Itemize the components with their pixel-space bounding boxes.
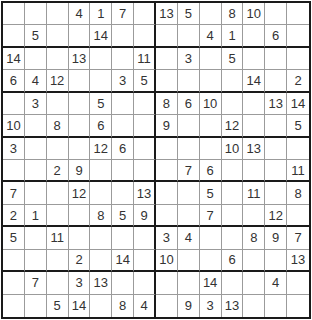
- cell-r1c11[interactable]: 8: [222, 3, 244, 25]
- cell-r9c13[interactable]: [265, 182, 287, 204]
- cell-r12c8[interactable]: 10: [156, 250, 178, 272]
- cell-r11c13[interactable]: 9: [265, 227, 287, 249]
- cell-r8c13[interactable]: [265, 160, 287, 182]
- cell-r8c4[interactable]: 9: [69, 160, 91, 182]
- cell-r12c1[interactable]: [3, 250, 25, 272]
- cell-r9c5[interactable]: [90, 182, 112, 204]
- cell-r10c1[interactable]: 2: [3, 205, 25, 227]
- cell-r4c3[interactable]: 12: [47, 70, 69, 92]
- cell-r8c12[interactable]: [243, 160, 265, 182]
- cell-r12c4[interactable]: 2: [69, 250, 91, 272]
- cell-r1c4[interactable]: 4: [69, 3, 91, 25]
- cell-r1c6[interactable]: 7: [112, 3, 134, 25]
- cell-r12c12[interactable]: [243, 250, 265, 272]
- cell-r9c8[interactable]: [156, 182, 178, 204]
- cell-r7c4[interactable]: [69, 138, 91, 160]
- cell-r8c10[interactable]: 6: [200, 160, 222, 182]
- sudoku-board: 4171358105144161413113564123514235861013…: [1, 1, 311, 319]
- cell-r7c6[interactable]: 6: [112, 138, 134, 160]
- cell-r11c1[interactable]: 5: [3, 227, 25, 249]
- cell-r4c14[interactable]: 2: [287, 70, 309, 92]
- cell-r3c7[interactable]: 11: [134, 48, 156, 70]
- cell-r11c12[interactable]: 8: [243, 227, 265, 249]
- cell-r8c6[interactable]: [112, 160, 134, 182]
- cell-r9c6[interactable]: [112, 182, 134, 204]
- cell-r1c1[interactable]: [3, 3, 25, 25]
- cell-r12c5[interactable]: [90, 250, 112, 272]
- cell-r2c3[interactable]: [47, 25, 69, 47]
- cell-r4c6[interactable]: 3: [112, 70, 134, 92]
- cell-r5c3[interactable]: [47, 93, 69, 115]
- cell-r14c14[interactable]: [287, 295, 309, 317]
- cell-r8c2[interactable]: [25, 160, 47, 182]
- cell-r2c1[interactable]: [3, 25, 25, 47]
- cell-r10c7[interactable]: 9: [134, 205, 156, 227]
- cell-r14c7[interactable]: 4: [134, 295, 156, 317]
- cell-r6c11[interactable]: 12: [222, 115, 244, 137]
- cell-r10c14[interactable]: [287, 205, 309, 227]
- cell-r11c11[interactable]: [222, 227, 244, 249]
- cell-r13c7[interactable]: [134, 272, 156, 294]
- cell-r8c9[interactable]: 7: [178, 160, 200, 182]
- cell-r9c7[interactable]: 13: [134, 182, 156, 204]
- cell-r11c7[interactable]: [134, 227, 156, 249]
- cell-r4c11[interactable]: [222, 70, 244, 92]
- cell-r7c2[interactable]: [25, 138, 47, 160]
- cell-r4c8[interactable]: [156, 70, 178, 92]
- cell-r4c7[interactable]: 5: [134, 70, 156, 92]
- cell-r8c3[interactable]: 2: [47, 160, 69, 182]
- cell-r13c5[interactable]: 13: [90, 272, 112, 294]
- cell-r12c6[interactable]: 14: [112, 250, 134, 272]
- cell-r1c13[interactable]: [265, 3, 287, 25]
- cell-r11c10[interactable]: [200, 227, 222, 249]
- cell-r14c5[interactable]: [90, 295, 112, 317]
- cell-r6c7[interactable]: [134, 115, 156, 137]
- cell-r9c9[interactable]: [178, 182, 200, 204]
- cell-r10c6[interactable]: 5: [112, 205, 134, 227]
- cell-r12c11[interactable]: 6: [222, 250, 244, 272]
- cell-r4c5[interactable]: [90, 70, 112, 92]
- cell-r2c7[interactable]: [134, 25, 156, 47]
- cell-r7c13[interactable]: [265, 138, 287, 160]
- cell-r4c9[interactable]: [178, 70, 200, 92]
- cell-r4c1[interactable]: 6: [3, 70, 25, 92]
- cell-r3c13[interactable]: [265, 48, 287, 70]
- cell-r6c6[interactable]: [112, 115, 134, 137]
- cell-r3c11[interactable]: 5: [222, 48, 244, 70]
- cell-r2c9[interactable]: [178, 25, 200, 47]
- cell-r12c3[interactable]: [47, 250, 69, 272]
- cell-r13c8[interactable]: [156, 272, 178, 294]
- cell-r7c3[interactable]: [47, 138, 69, 160]
- cell-r13c1[interactable]: [3, 272, 25, 294]
- cell-r5c6[interactable]: [112, 93, 134, 115]
- cell-r4c12[interactable]: 14: [243, 70, 265, 92]
- cell-r11c5[interactable]: [90, 227, 112, 249]
- cell-r13c9[interactable]: [178, 272, 200, 294]
- cell-r2c5[interactable]: 14: [90, 25, 112, 47]
- cell-r4c13[interactable]: [265, 70, 287, 92]
- cell-r6c1[interactable]: 10: [3, 115, 25, 137]
- cell-r7c14[interactable]: [287, 138, 309, 160]
- cell-r14c9[interactable]: 9: [178, 295, 200, 317]
- cell-r5c2[interactable]: 3: [25, 93, 47, 115]
- cell-r2c12[interactable]: [243, 25, 265, 47]
- cell-r8c7[interactable]: [134, 160, 156, 182]
- cell-r1c12[interactable]: 10: [243, 3, 265, 25]
- cell-r2c2[interactable]: 5: [25, 25, 47, 47]
- cell-r13c12[interactable]: [243, 272, 265, 294]
- cell-r14c10[interactable]: 3: [200, 295, 222, 317]
- cell-r7c8[interactable]: [156, 138, 178, 160]
- cell-r1c7[interactable]: [134, 3, 156, 25]
- cell-r3c10[interactable]: [200, 48, 222, 70]
- cell-r11c9[interactable]: 4: [178, 227, 200, 249]
- cell-r9c2[interactable]: [25, 182, 47, 204]
- cell-r11c14[interactable]: 7: [287, 227, 309, 249]
- cell-r13c10[interactable]: 14: [200, 272, 222, 294]
- cell-r8c8[interactable]: [156, 160, 178, 182]
- cell-r5c14[interactable]: 14: [287, 93, 309, 115]
- cell-r3c3[interactable]: [47, 48, 69, 70]
- cell-r12c13[interactable]: [265, 250, 287, 272]
- cell-r13c14[interactable]: [287, 272, 309, 294]
- cell-r8c11[interactable]: [222, 160, 244, 182]
- cell-r14c2[interactable]: [25, 295, 47, 317]
- cell-r1c3[interactable]: [47, 3, 69, 25]
- cell-r2c8[interactable]: [156, 25, 178, 47]
- cell-r6c10[interactable]: [200, 115, 222, 137]
- cell-r10c11[interactable]: [222, 205, 244, 227]
- cell-r4c10[interactable]: [200, 70, 222, 92]
- cell-r3c6[interactable]: [112, 48, 134, 70]
- cell-r2c4[interactable]: [69, 25, 91, 47]
- cell-r3c8[interactable]: [156, 48, 178, 70]
- cell-r13c4[interactable]: 3: [69, 272, 91, 294]
- cell-r14c3[interactable]: 5: [47, 295, 69, 317]
- cell-r9c4[interactable]: 12: [69, 182, 91, 204]
- cell-r10c2[interactable]: 1: [25, 205, 47, 227]
- cell-r5c4[interactable]: [69, 93, 91, 115]
- cell-r9c10[interactable]: 5: [200, 182, 222, 204]
- cell-r11c2[interactable]: [25, 227, 47, 249]
- cell-r10c5[interactable]: 8: [90, 205, 112, 227]
- cell-r6c12[interactable]: [243, 115, 265, 137]
- cell-r2c11[interactable]: 1: [222, 25, 244, 47]
- cell-r13c13[interactable]: 4: [265, 272, 287, 294]
- cell-r4c2[interactable]: 4: [25, 70, 47, 92]
- cell-r14c8[interactable]: [156, 295, 178, 317]
- cell-r13c11[interactable]: [222, 272, 244, 294]
- cell-r7c12[interactable]: 13: [243, 138, 265, 160]
- cell-r14c13[interactable]: [265, 295, 287, 317]
- cell-r14c4[interactable]: 14: [69, 295, 91, 317]
- cell-r12c7[interactable]: [134, 250, 156, 272]
- cell-r7c7[interactable]: [134, 138, 156, 160]
- cell-r5c9[interactable]: 6: [178, 93, 200, 115]
- cell-r14c12[interactable]: [243, 295, 265, 317]
- cell-r3c14[interactable]: [287, 48, 309, 70]
- cell-r11c8[interactable]: 3: [156, 227, 178, 249]
- cell-r10c9[interactable]: [178, 205, 200, 227]
- cell-r5c1[interactable]: [3, 93, 25, 115]
- cell-r2c10[interactable]: 4: [200, 25, 222, 47]
- cell-r14c1[interactable]: [3, 295, 25, 317]
- cell-r8c5[interactable]: [90, 160, 112, 182]
- cell-r1c10[interactable]: [200, 3, 222, 25]
- cell-r5c12[interactable]: [243, 93, 265, 115]
- cell-r10c3[interactable]: [47, 205, 69, 227]
- cell-r4c4[interactable]: [69, 70, 91, 92]
- cell-r1c14[interactable]: [287, 3, 309, 25]
- cell-r11c6[interactable]: [112, 227, 134, 249]
- cell-r7c1[interactable]: 3: [3, 138, 25, 160]
- cell-r2c14[interactable]: [287, 25, 309, 47]
- cell-r8c14[interactable]: 11: [287, 160, 309, 182]
- cell-r3c1[interactable]: 14: [3, 48, 25, 70]
- cell-r6c14[interactable]: 5: [287, 115, 309, 137]
- cell-r6c2[interactable]: [25, 115, 47, 137]
- cell-r1c5[interactable]: 1: [90, 3, 112, 25]
- cell-r7c10[interactable]: [200, 138, 222, 160]
- cell-r1c9[interactable]: 5: [178, 3, 200, 25]
- cell-r8c1[interactable]: [3, 160, 25, 182]
- cell-r11c4[interactable]: [69, 227, 91, 249]
- cell-r9c12[interactable]: 11: [243, 182, 265, 204]
- cell-r7c9[interactable]: [178, 138, 200, 160]
- cell-r10c8[interactable]: [156, 205, 178, 227]
- cell-r10c13[interactable]: 12: [265, 205, 287, 227]
- cell-r2c13[interactable]: 6: [265, 25, 287, 47]
- cell-r12c2[interactable]: [25, 250, 47, 272]
- cell-r6c8[interactable]: 9: [156, 115, 178, 137]
- cell-r5c11[interactable]: [222, 93, 244, 115]
- cell-r3c12[interactable]: [243, 48, 265, 70]
- cell-r7c11[interactable]: 10: [222, 138, 244, 160]
- cell-r5c10[interactable]: 10: [200, 93, 222, 115]
- cell-r5c7[interactable]: [134, 93, 156, 115]
- cell-r9c14[interactable]: 8: [287, 182, 309, 204]
- cell-r9c3[interactable]: [47, 182, 69, 204]
- cell-r6c13[interactable]: [265, 115, 287, 137]
- cell-r7c5[interactable]: 12: [90, 138, 112, 160]
- cell-r5c5[interactable]: 5: [90, 93, 112, 115]
- cell-r1c8[interactable]: 13: [156, 3, 178, 25]
- cell-r5c8[interactable]: 8: [156, 93, 178, 115]
- cell-r13c3[interactable]: [47, 272, 69, 294]
- cell-r1c2[interactable]: [25, 3, 47, 25]
- cell-r12c10[interactable]: [200, 250, 222, 272]
- cell-r10c12[interactable]: [243, 205, 265, 227]
- cell-r9c1[interactable]: 7: [3, 182, 25, 204]
- cell-r9c11[interactable]: [222, 182, 244, 204]
- cell-r14c11[interactable]: 13: [222, 295, 244, 317]
- cell-r6c5[interactable]: 6: [90, 115, 112, 137]
- cell-r3c4[interactable]: 13: [69, 48, 91, 70]
- cell-r13c6[interactable]: [112, 272, 134, 294]
- cell-r5c13[interactable]: 13: [265, 93, 287, 115]
- cell-r13c2[interactable]: 7: [25, 272, 47, 294]
- cell-r6c4[interactable]: [69, 115, 91, 137]
- cell-r10c10[interactable]: 7: [200, 205, 222, 227]
- cell-r3c9[interactable]: 3: [178, 48, 200, 70]
- cell-r12c9[interactable]: [178, 250, 200, 272]
- cell-r10c4[interactable]: [69, 205, 91, 227]
- cell-r11c3[interactable]: 11: [47, 227, 69, 249]
- cell-r3c2[interactable]: [25, 48, 47, 70]
- cell-r3c5[interactable]: [90, 48, 112, 70]
- cell-r6c3[interactable]: 8: [47, 115, 69, 137]
- cell-r2c6[interactable]: [112, 25, 134, 47]
- cell-r14c6[interactable]: 8: [112, 295, 134, 317]
- cell-r12c14[interactable]: 13: [287, 250, 309, 272]
- cell-r6c9[interactable]: [178, 115, 200, 137]
